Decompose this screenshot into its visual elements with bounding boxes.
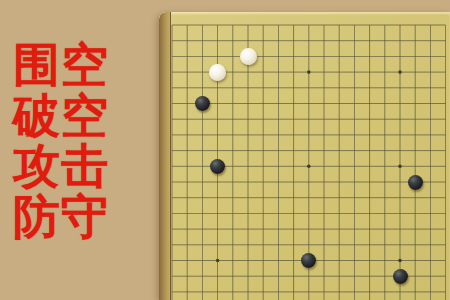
caption-line-defend: 防守 <box>13 192 109 243</box>
caption-line-surround-territory: 围空 <box>13 40 109 91</box>
caption-line-attack: 攻击 <box>13 141 109 192</box>
caption-line-break-territory: 破空 <box>13 91 109 142</box>
black-stone <box>408 175 423 190</box>
black-stone <box>195 96 210 111</box>
white-stone <box>240 48 257 65</box>
go-lesson-thumbnail: 围空 破空 攻击 防守 <box>0 0 450 300</box>
white-stone <box>209 64 226 81</box>
black-stone <box>393 269 408 284</box>
caption: 围空 破空 攻击 防守 <box>13 40 109 242</box>
black-stone <box>210 159 225 174</box>
go-board <box>159 12 450 300</box>
